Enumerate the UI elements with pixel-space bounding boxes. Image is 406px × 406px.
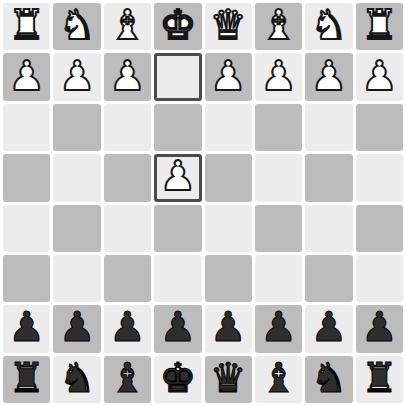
square-a5[interactable] xyxy=(356,205,403,252)
square-f6[interactable] xyxy=(104,255,151,302)
white-bishop[interactable]: ♝ xyxy=(109,5,146,46)
square-f5[interactable] xyxy=(104,205,151,252)
chess-board: ♜♞♝♚♛♝♞♜♟♟♟♟♟♟♟♟♟♟♟♟♟♟♟♟♜♞♝♚♛♝♞♜ xyxy=(0,0,406,406)
square-d8[interactable]: ♛ xyxy=(205,356,252,403)
black-pawn[interactable]: ♟ xyxy=(260,307,297,348)
black-bishop[interactable]: ♝ xyxy=(260,358,297,399)
white-knight[interactable]: ♞ xyxy=(59,5,96,46)
white-pawn[interactable]: ♟ xyxy=(260,56,297,97)
black-knight[interactable]: ♞ xyxy=(311,358,348,399)
square-f1[interactable]: ♝ xyxy=(104,3,151,50)
black-pawn[interactable]: ♟ xyxy=(8,307,45,348)
square-g4[interactable] xyxy=(53,154,100,201)
square-f4[interactable] xyxy=(104,154,151,201)
square-b7[interactable]: ♟ xyxy=(305,305,352,352)
black-rook[interactable]: ♜ xyxy=(361,358,398,399)
square-c2[interactable]: ♟ xyxy=(255,53,302,100)
square-g6[interactable] xyxy=(53,255,100,302)
square-h5[interactable] xyxy=(3,205,50,252)
square-c6[interactable] xyxy=(255,255,302,302)
square-d3[interactable] xyxy=(205,104,252,151)
square-f7[interactable]: ♟ xyxy=(104,305,151,352)
square-d2[interactable]: ♟ xyxy=(205,53,252,100)
square-f3[interactable] xyxy=(104,104,151,151)
black-king[interactable]: ♚ xyxy=(159,358,196,399)
square-d4[interactable] xyxy=(205,154,252,201)
square-c7[interactable]: ♟ xyxy=(255,305,302,352)
square-b8[interactable]: ♞ xyxy=(305,356,352,403)
square-h6[interactable] xyxy=(3,255,50,302)
square-g3[interactable] xyxy=(53,104,100,151)
square-c3[interactable] xyxy=(255,104,302,151)
square-a2[interactable]: ♟ xyxy=(356,53,403,100)
white-pawn[interactable]: ♟ xyxy=(311,56,348,97)
black-knight[interactable]: ♞ xyxy=(59,358,96,399)
white-pawn[interactable]: ♟ xyxy=(8,56,45,97)
square-b6[interactable] xyxy=(305,255,352,302)
square-g7[interactable]: ♟ xyxy=(53,305,100,352)
white-pawn[interactable]: ♟ xyxy=(361,56,398,97)
white-pawn[interactable]: ♟ xyxy=(210,56,247,97)
square-e3[interactable] xyxy=(154,104,201,151)
square-h3[interactable] xyxy=(3,104,50,151)
square-b4[interactable] xyxy=(305,154,352,201)
square-a7[interactable]: ♟ xyxy=(356,305,403,352)
square-d7[interactable]: ♟ xyxy=(205,305,252,352)
black-rook[interactable]: ♜ xyxy=(8,358,45,399)
black-pawn[interactable]: ♟ xyxy=(210,307,247,348)
square-g8[interactable]: ♞ xyxy=(53,356,100,403)
square-d1[interactable]: ♛ xyxy=(205,3,252,50)
square-e6[interactable] xyxy=(154,255,201,302)
square-b1[interactable]: ♞ xyxy=(305,3,352,50)
square-a4[interactable] xyxy=(356,154,403,201)
black-pawn[interactable]: ♟ xyxy=(159,307,196,348)
black-queen[interactable]: ♛ xyxy=(210,358,247,399)
white-pawn[interactable]: ♟ xyxy=(59,56,96,97)
black-bishop[interactable]: ♝ xyxy=(109,358,146,399)
white-queen[interactable]: ♛ xyxy=(210,5,247,46)
square-a1[interactable]: ♜ xyxy=(356,3,403,50)
square-c5[interactable] xyxy=(255,205,302,252)
square-f8[interactable]: ♝ xyxy=(104,356,151,403)
square-e4[interactable]: ♟ xyxy=(154,154,201,201)
square-e8[interactable]: ♚ xyxy=(154,356,201,403)
black-pawn[interactable]: ♟ xyxy=(311,307,348,348)
square-b5[interactable] xyxy=(305,205,352,252)
black-pawn[interactable]: ♟ xyxy=(361,307,398,348)
white-rook[interactable]: ♜ xyxy=(8,5,45,46)
square-e7[interactable]: ♟ xyxy=(154,305,201,352)
square-a6[interactable] xyxy=(356,255,403,302)
square-a8[interactable]: ♜ xyxy=(356,356,403,403)
square-d6[interactable] xyxy=(205,255,252,302)
square-g2[interactable]: ♟ xyxy=(53,53,100,100)
square-d5[interactable] xyxy=(205,205,252,252)
square-a3[interactable] xyxy=(356,104,403,151)
square-e2[interactable] xyxy=(154,53,201,100)
white-king[interactable]: ♚ xyxy=(159,5,196,46)
square-h1[interactable]: ♜ xyxy=(3,3,50,50)
white-pawn[interactable]: ♟ xyxy=(159,156,196,197)
square-h2[interactable]: ♟ xyxy=(3,53,50,100)
white-rook[interactable]: ♜ xyxy=(361,5,398,46)
square-f2[interactable]: ♟ xyxy=(104,53,151,100)
square-e5[interactable] xyxy=(154,205,201,252)
square-h7[interactable]: ♟ xyxy=(3,305,50,352)
black-pawn[interactable]: ♟ xyxy=(59,307,96,348)
square-c8[interactable]: ♝ xyxy=(255,356,302,403)
square-c4[interactable] xyxy=(255,154,302,201)
square-b3[interactable] xyxy=(305,104,352,151)
white-knight[interactable]: ♞ xyxy=(311,5,348,46)
square-e1[interactable]: ♚ xyxy=(154,3,201,50)
square-b2[interactable]: ♟ xyxy=(305,53,352,100)
white-pawn[interactable]: ♟ xyxy=(109,56,146,97)
square-c1[interactable]: ♝ xyxy=(255,3,302,50)
square-h4[interactable] xyxy=(3,154,50,201)
square-g5[interactable] xyxy=(53,205,100,252)
square-h8[interactable]: ♜ xyxy=(3,356,50,403)
white-bishop[interactable]: ♝ xyxy=(260,5,297,46)
square-g1[interactable]: ♞ xyxy=(53,3,100,50)
black-pawn[interactable]: ♟ xyxy=(109,307,146,348)
